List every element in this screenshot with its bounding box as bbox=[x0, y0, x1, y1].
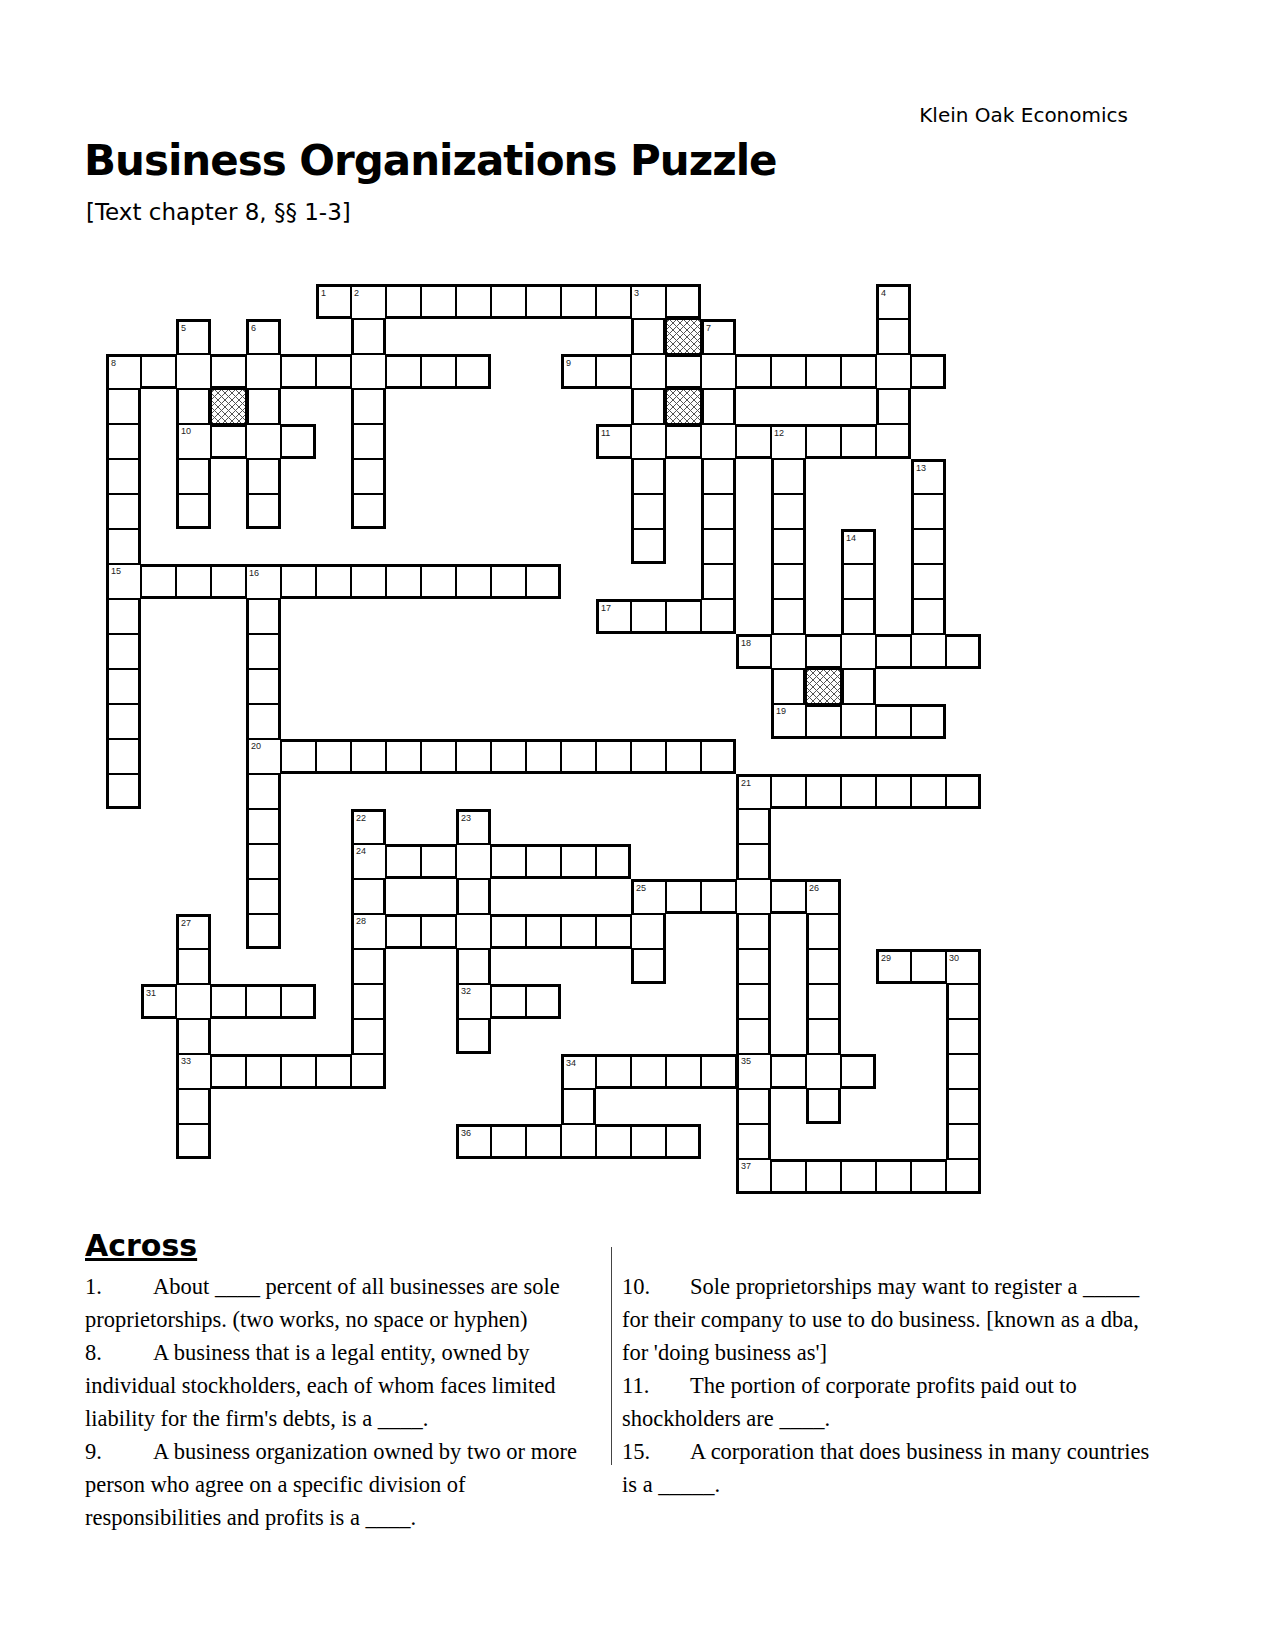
grid-cell-18-2[interactable]: 27 bbox=[176, 914, 211, 949]
grid-cell-2-4[interactable] bbox=[246, 354, 281, 389]
grid-cell-5-17[interactable] bbox=[701, 459, 736, 494]
grid-cell-3-15[interactable] bbox=[631, 389, 666, 424]
grid-cell-20-4[interactable] bbox=[246, 984, 281, 1019]
grid-cell-24-18[interactable] bbox=[736, 1124, 771, 1159]
grid-cell-1-7[interactable] bbox=[351, 319, 386, 354]
grid-cell-8-5[interactable] bbox=[281, 564, 316, 599]
grid-cell-5-19[interactable] bbox=[771, 459, 806, 494]
grid-cell-16-4[interactable] bbox=[246, 844, 281, 879]
grid-cell-20-7[interactable] bbox=[351, 984, 386, 1019]
across-clue-10: 10.Sole proprietorships may want to regi… bbox=[622, 1270, 1167, 1369]
grid-cell-2-15[interactable] bbox=[631, 354, 666, 389]
grid-cell-25-21[interactable] bbox=[841, 1159, 876, 1194]
grid-cell-0-6[interactable]: 1 bbox=[316, 284, 351, 319]
grid-cell-14-20[interactable] bbox=[806, 774, 841, 809]
grid-cell-20-11[interactable] bbox=[491, 984, 526, 1019]
grid-cell-13-6[interactable] bbox=[316, 739, 351, 774]
grid-cell-5-7[interactable] bbox=[351, 459, 386, 494]
grid-cell-9-23[interactable] bbox=[911, 599, 946, 634]
grid-cell-7-0[interactable] bbox=[106, 529, 141, 564]
grid-cell-8-3[interactable] bbox=[211, 564, 246, 599]
across-heading: Across bbox=[85, 1228, 197, 1263]
grid-cell-2-7[interactable] bbox=[351, 354, 386, 389]
grid-cell-10-23[interactable] bbox=[911, 634, 946, 669]
grid-cell-0-8[interactable] bbox=[386, 284, 421, 319]
clue-number-30: 30 bbox=[949, 953, 959, 963]
grid-cell-16-13[interactable] bbox=[561, 844, 596, 879]
grid-cell-2-19[interactable] bbox=[771, 354, 806, 389]
grid-cell-22-13[interactable]: 34 bbox=[561, 1054, 596, 1089]
grid-cell-4-22[interactable] bbox=[876, 424, 911, 459]
grid-cell-2-17[interactable] bbox=[701, 354, 736, 389]
grid-cell-18-4[interactable] bbox=[246, 914, 281, 949]
grid-cell-2-21[interactable] bbox=[841, 354, 876, 389]
grid-cell-12-21[interactable] bbox=[841, 704, 876, 739]
grid-cell-18-9[interactable] bbox=[421, 914, 456, 949]
grid-cell-10-4[interactable] bbox=[246, 634, 281, 669]
clue-number-5: 5 bbox=[181, 323, 186, 333]
grid-cell-9-14[interactable]: 17 bbox=[596, 599, 631, 634]
grid-cell-0-15[interactable]: 3 bbox=[631, 284, 666, 319]
grid-cell-4-2[interactable]: 10 bbox=[176, 424, 211, 459]
grid-cell-14-4[interactable] bbox=[246, 774, 281, 809]
grid-cell-7-19[interactable] bbox=[771, 529, 806, 564]
grid-cell-25-23[interactable] bbox=[911, 1159, 946, 1194]
grid-cell-24-14[interactable] bbox=[596, 1124, 631, 1159]
clue-number-34: 34 bbox=[566, 1058, 576, 1068]
clue-number-21: 21 bbox=[741, 778, 751, 788]
grid-cell-22-6[interactable] bbox=[316, 1054, 351, 1089]
grid-cell-8-4[interactable]: 16 bbox=[246, 564, 281, 599]
grid-cell-8-23[interactable] bbox=[911, 564, 946, 599]
grid-cell-8-19[interactable] bbox=[771, 564, 806, 599]
grid-cell-16-18[interactable] bbox=[736, 844, 771, 879]
grid-cell-19-22[interactable]: 29 bbox=[876, 949, 911, 984]
grid-cell-4-0[interactable] bbox=[106, 424, 141, 459]
grid-cell-1-22[interactable] bbox=[876, 319, 911, 354]
grid-cell-4-20[interactable] bbox=[806, 424, 841, 459]
grid-cell-15-7[interactable]: 22 bbox=[351, 809, 386, 844]
grid-cell-4-17[interactable] bbox=[701, 424, 736, 459]
grid-cell-6-7[interactable] bbox=[351, 494, 386, 529]
grid-cell-18-14[interactable] bbox=[596, 914, 631, 949]
grid-cell-5-23[interactable]: 13 bbox=[911, 459, 946, 494]
grid-cell-9-15[interactable] bbox=[631, 599, 666, 634]
grid-cell-7-21[interactable]: 14 bbox=[841, 529, 876, 564]
grid-cell-13-9[interactable] bbox=[421, 739, 456, 774]
grid-cell-18-20[interactable] bbox=[806, 914, 841, 949]
grid-cell-11-0[interactable] bbox=[106, 669, 141, 704]
grid-cell-19-24[interactable]: 30 bbox=[946, 949, 981, 984]
clue-number-2: 2 bbox=[354, 288, 359, 298]
grid-cell-13-16[interactable] bbox=[666, 739, 701, 774]
grid-cell-2-18[interactable] bbox=[736, 354, 771, 389]
grid-cell-2-8[interactable] bbox=[386, 354, 421, 389]
grid-cell-0-9[interactable] bbox=[421, 284, 456, 319]
grid-cell-11-4[interactable] bbox=[246, 669, 281, 704]
clue-column-divider bbox=[611, 1247, 612, 1465]
clue-number-14: 14 bbox=[846, 533, 856, 543]
grid-cell-14-0[interactable] bbox=[106, 774, 141, 809]
grid-cell-22-2[interactable]: 33 bbox=[176, 1054, 211, 1089]
grid-cell-3-2[interactable] bbox=[176, 389, 211, 424]
grid-cell-8-17[interactable] bbox=[701, 564, 736, 599]
grid-cell-18-11[interactable] bbox=[491, 914, 526, 949]
clue-number-7: 7 bbox=[706, 323, 711, 333]
grid-cell-21-10[interactable] bbox=[456, 1019, 491, 1054]
grid-cell-13-11[interactable] bbox=[491, 739, 526, 774]
grid-cell-21-20[interactable] bbox=[806, 1019, 841, 1054]
grid-cell-12-20[interactable] bbox=[806, 704, 841, 739]
blocked-cell-11-20 bbox=[806, 669, 841, 704]
grid-cell-20-10[interactable]: 32 bbox=[456, 984, 491, 1019]
grid-cell-23-18[interactable] bbox=[736, 1089, 771, 1124]
grid-cell-17-15[interactable]: 25 bbox=[631, 879, 666, 914]
grid-cell-8-1[interactable] bbox=[141, 564, 176, 599]
clue-number-12: 12 bbox=[774, 428, 784, 438]
grid-cell-0-16[interactable] bbox=[666, 284, 701, 319]
grid-cell-25-20[interactable] bbox=[806, 1159, 841, 1194]
grid-cell-23-13[interactable] bbox=[561, 1089, 596, 1124]
grid-cell-14-23[interactable] bbox=[911, 774, 946, 809]
grid-cell-24-16[interactable] bbox=[666, 1124, 701, 1159]
grid-cell-0-10[interactable] bbox=[456, 284, 491, 319]
across-clue-11: 11.The portion of corporate profits paid… bbox=[622, 1369, 1167, 1435]
clue-label: 1. bbox=[85, 1270, 153, 1303]
grid-cell-5-2[interactable] bbox=[176, 459, 211, 494]
grid-cell-10-18[interactable]: 18 bbox=[736, 634, 771, 669]
across-clues-right-column: 10.Sole proprietorships may want to regi… bbox=[622, 1270, 1167, 1501]
grid-cell-9-17[interactable] bbox=[701, 599, 736, 634]
grid-cell-18-13[interactable] bbox=[561, 914, 596, 949]
grid-cell-19-10[interactable] bbox=[456, 949, 491, 984]
grid-cell-13-15[interactable] bbox=[631, 739, 666, 774]
clue-number-22: 22 bbox=[356, 813, 366, 823]
grid-cell-13-10[interactable] bbox=[456, 739, 491, 774]
grid-cell-22-5[interactable] bbox=[281, 1054, 316, 1089]
grid-cell-24-24[interactable] bbox=[946, 1124, 981, 1159]
clue-number-9: 9 bbox=[566, 358, 571, 368]
grid-cell-16-8[interactable] bbox=[386, 844, 421, 879]
clue-number-31: 31 bbox=[146, 988, 156, 998]
grid-cell-4-21[interactable] bbox=[841, 424, 876, 459]
grid-cell-17-19[interactable] bbox=[771, 879, 806, 914]
grid-cell-7-15[interactable] bbox=[631, 529, 666, 564]
grid-cell-1-17[interactable]: 7 bbox=[701, 319, 736, 354]
grid-cell-20-2[interactable] bbox=[176, 984, 211, 1019]
grid-cell-3-0[interactable] bbox=[106, 389, 141, 424]
grid-cell-2-23[interactable] bbox=[911, 354, 946, 389]
grid-cell-16-12[interactable] bbox=[526, 844, 561, 879]
grid-cell-6-17[interactable] bbox=[701, 494, 736, 529]
grid-cell-0-11[interactable] bbox=[491, 284, 526, 319]
grid-cell-22-20[interactable] bbox=[806, 1054, 841, 1089]
clue-number-36: 36 bbox=[461, 1128, 471, 1138]
grid-cell-10-19[interactable] bbox=[771, 634, 806, 669]
grid-cell-22-15[interactable] bbox=[631, 1054, 666, 1089]
grid-cell-24-15[interactable] bbox=[631, 1124, 666, 1159]
clue-number-20: 20 bbox=[251, 741, 261, 751]
grid-cell-4-15[interactable] bbox=[631, 424, 666, 459]
grid-cell-22-19[interactable] bbox=[771, 1054, 806, 1089]
grid-cell-6-15[interactable] bbox=[631, 494, 666, 529]
grid-cell-22-4[interactable] bbox=[246, 1054, 281, 1089]
clue-number-35: 35 bbox=[741, 1056, 751, 1066]
grid-cell-24-11[interactable] bbox=[491, 1124, 526, 1159]
grid-cell-8-8[interactable] bbox=[386, 564, 421, 599]
grid-cell-21-7[interactable] bbox=[351, 1019, 386, 1054]
grid-cell-3-4[interactable] bbox=[246, 389, 281, 424]
grid-cell-13-14[interactable] bbox=[596, 739, 631, 774]
across-clue-8: 8.A business that is a legal entity, own… bbox=[85, 1336, 600, 1435]
grid-cell-18-7[interactable]: 28 bbox=[351, 914, 386, 949]
grid-cell-1-15[interactable] bbox=[631, 319, 666, 354]
grid-cell-19-2[interactable] bbox=[176, 949, 211, 984]
clue-text: Sole proprietorships may want to registe… bbox=[622, 1274, 1139, 1365]
grid-cell-0-22[interactable]: 4 bbox=[876, 284, 911, 319]
grid-cell-6-0[interactable] bbox=[106, 494, 141, 529]
page-subtitle: [Text chapter 8, §§ 1-3] bbox=[86, 199, 351, 225]
grid-cell-5-15[interactable] bbox=[631, 459, 666, 494]
grid-cell-22-18[interactable]: 35 bbox=[736, 1054, 771, 1089]
grid-cell-14-21[interactable] bbox=[841, 774, 876, 809]
grid-cell-16-10[interactable] bbox=[456, 844, 491, 879]
grid-cell-8-0[interactable]: 15 bbox=[106, 564, 141, 599]
grid-cell-2-1[interactable] bbox=[141, 354, 176, 389]
grid-cell-22-17[interactable] bbox=[701, 1054, 736, 1089]
across-clue-15: 15.A corporation that does business in m… bbox=[622, 1435, 1167, 1501]
grid-cell-19-15[interactable] bbox=[631, 949, 666, 984]
grid-cell-17-20[interactable]: 26 bbox=[806, 879, 841, 914]
grid-cell-22-21[interactable] bbox=[841, 1054, 876, 1089]
grid-cell-10-24[interactable] bbox=[946, 634, 981, 669]
grid-cell-2-13[interactable]: 9 bbox=[561, 354, 596, 389]
blocked-cell-3-16 bbox=[666, 389, 701, 424]
grid-cell-4-5[interactable] bbox=[281, 424, 316, 459]
grid-cell-19-23[interactable] bbox=[911, 949, 946, 984]
grid-cell-20-12[interactable] bbox=[526, 984, 561, 1019]
grid-cell-17-4[interactable] bbox=[246, 879, 281, 914]
grid-cell-12-0[interactable] bbox=[106, 704, 141, 739]
clue-number-10: 10 bbox=[181, 426, 191, 436]
grid-cell-4-7[interactable] bbox=[351, 424, 386, 459]
grid-cell-10-0[interactable] bbox=[106, 634, 141, 669]
grid-cell-23-20[interactable] bbox=[806, 1089, 841, 1124]
clue-text: The portion of corporate profits paid ou… bbox=[622, 1373, 1077, 1431]
grid-cell-2-22[interactable] bbox=[876, 354, 911, 389]
grid-cell-2-3[interactable] bbox=[211, 354, 246, 389]
grid-cell-0-13[interactable] bbox=[561, 284, 596, 319]
grid-cell-18-12[interactable] bbox=[526, 914, 561, 949]
grid-cell-17-7[interactable] bbox=[351, 879, 386, 914]
grid-cell-16-11[interactable] bbox=[491, 844, 526, 879]
grid-cell-4-19[interactable]: 12 bbox=[771, 424, 806, 459]
grid-cell-10-20[interactable] bbox=[806, 634, 841, 669]
grid-cell-11-21[interactable] bbox=[841, 669, 876, 704]
grid-cell-21-18[interactable] bbox=[736, 1019, 771, 1054]
grid-cell-16-7[interactable]: 24 bbox=[351, 844, 386, 879]
clue-number-25: 25 bbox=[636, 883, 646, 893]
grid-cell-14-18[interactable]: 21 bbox=[736, 774, 771, 809]
clue-number-6: 6 bbox=[251, 323, 256, 333]
grid-cell-13-12[interactable] bbox=[526, 739, 561, 774]
grid-cell-18-15[interactable] bbox=[631, 914, 666, 949]
grid-cell-8-7[interactable] bbox=[351, 564, 386, 599]
grid-cell-5-0[interactable] bbox=[106, 459, 141, 494]
grid-cell-22-3[interactable] bbox=[211, 1054, 246, 1089]
grid-cell-4-18[interactable] bbox=[736, 424, 771, 459]
clue-number-26: 26 bbox=[809, 883, 819, 893]
grid-cell-15-10[interactable]: 23 bbox=[456, 809, 491, 844]
clue-number-16: 16 bbox=[249, 568, 259, 578]
grid-cell-13-4[interactable]: 20 bbox=[246, 739, 281, 774]
grid-cell-19-7[interactable] bbox=[351, 949, 386, 984]
grid-cell-5-4[interactable] bbox=[246, 459, 281, 494]
grid-cell-17-10[interactable] bbox=[456, 879, 491, 914]
grid-cell-15-18[interactable] bbox=[736, 809, 771, 844]
grid-cell-10-22[interactable] bbox=[876, 634, 911, 669]
grid-cell-2-14[interactable] bbox=[596, 354, 631, 389]
grid-cell-6-4[interactable] bbox=[246, 494, 281, 529]
grid-cell-13-17[interactable] bbox=[701, 739, 736, 774]
grid-cell-6-2[interactable] bbox=[176, 494, 211, 529]
grid-cell-8-6[interactable] bbox=[316, 564, 351, 599]
grid-cell-2-16[interactable] bbox=[666, 354, 701, 389]
grid-cell-3-7[interactable] bbox=[351, 389, 386, 424]
grid-cell-24-2[interactable] bbox=[176, 1124, 211, 1159]
grid-cell-8-12[interactable] bbox=[526, 564, 561, 599]
grid-cell-19-20[interactable] bbox=[806, 949, 841, 984]
grid-cell-8-9[interactable] bbox=[421, 564, 456, 599]
grid-cell-14-19[interactable] bbox=[771, 774, 806, 809]
grid-cell-22-16[interactable] bbox=[666, 1054, 701, 1089]
grid-cell-9-0[interactable] bbox=[106, 599, 141, 634]
grid-cell-0-14[interactable] bbox=[596, 284, 631, 319]
grid-cell-13-8[interactable] bbox=[386, 739, 421, 774]
grid-cell-25-18[interactable]: 37 bbox=[736, 1159, 771, 1194]
grid-cell-3-17[interactable] bbox=[701, 389, 736, 424]
grid-cell-18-10[interactable] bbox=[456, 914, 491, 949]
grid-cell-2-6[interactable] bbox=[316, 354, 351, 389]
clue-number-23: 23 bbox=[461, 813, 471, 823]
grid-cell-7-23[interactable] bbox=[911, 529, 946, 564]
grid-cell-8-10[interactable] bbox=[456, 564, 491, 599]
grid-cell-12-22[interactable] bbox=[876, 704, 911, 739]
clue-number-24: 24 bbox=[356, 846, 366, 856]
grid-cell-13-7[interactable] bbox=[351, 739, 386, 774]
grid-cell-17-17[interactable] bbox=[701, 879, 736, 914]
clue-number-32: 32 bbox=[461, 986, 471, 996]
grid-cell-21-2[interactable] bbox=[176, 1019, 211, 1054]
grid-cell-0-7[interactable]: 2 bbox=[351, 284, 386, 319]
grid-cell-4-3[interactable] bbox=[211, 424, 246, 459]
grid-cell-2-20[interactable] bbox=[806, 354, 841, 389]
grid-cell-23-2[interactable] bbox=[176, 1089, 211, 1124]
grid-cell-4-14[interactable]: 11 bbox=[596, 424, 631, 459]
grid-cell-22-14[interactable] bbox=[596, 1054, 631, 1089]
clue-label: 11. bbox=[622, 1369, 690, 1402]
grid-cell-24-10[interactable]: 36 bbox=[456, 1124, 491, 1159]
grid-cell-9-19[interactable] bbox=[771, 599, 806, 634]
grid-cell-21-24[interactable] bbox=[946, 1019, 981, 1054]
grid-cell-20-5[interactable] bbox=[281, 984, 316, 1019]
grid-cell-13-13[interactable] bbox=[561, 739, 596, 774]
grid-cell-1-4[interactable]: 6 bbox=[246, 319, 281, 354]
grid-cell-3-22[interactable] bbox=[876, 389, 911, 424]
grid-cell-12-23[interactable] bbox=[911, 704, 946, 739]
grid-cell-17-16[interactable] bbox=[666, 879, 701, 914]
grid-cell-25-24[interactable] bbox=[946, 1159, 981, 1194]
grid-cell-8-21[interactable] bbox=[841, 564, 876, 599]
grid-cell-14-22[interactable] bbox=[876, 774, 911, 809]
grid-cell-25-22[interactable] bbox=[876, 1159, 911, 1194]
grid-cell-8-2[interactable] bbox=[176, 564, 211, 599]
grid-cell-19-18[interactable] bbox=[736, 949, 771, 984]
grid-cell-20-20[interactable] bbox=[806, 984, 841, 1019]
grid-cell-4-4[interactable] bbox=[246, 424, 281, 459]
grid-cell-24-13[interactable] bbox=[561, 1124, 596, 1159]
clue-number-19: 19 bbox=[776, 706, 786, 716]
grid-cell-23-24[interactable] bbox=[946, 1089, 981, 1124]
grid-cell-15-4[interactable] bbox=[246, 809, 281, 844]
grid-cell-24-12[interactable] bbox=[526, 1124, 561, 1159]
clue-label: 8. bbox=[85, 1336, 153, 1369]
grid-cell-9-21[interactable] bbox=[841, 599, 876, 634]
grid-cell-17-18[interactable] bbox=[736, 879, 771, 914]
grid-cell-2-9[interactable] bbox=[421, 354, 456, 389]
grid-cell-2-5[interactable] bbox=[281, 354, 316, 389]
grid-cell-12-4[interactable] bbox=[246, 704, 281, 739]
grid-cell-22-7[interactable] bbox=[351, 1054, 386, 1089]
grid-cell-12-19[interactable]: 19 bbox=[771, 704, 806, 739]
clue-number-28: 28 bbox=[356, 916, 366, 926]
grid-cell-6-19[interactable] bbox=[771, 494, 806, 529]
grid-cell-6-23[interactable] bbox=[911, 494, 946, 529]
grid-cell-2-0[interactable]: 8 bbox=[106, 354, 141, 389]
grid-cell-14-24[interactable] bbox=[946, 774, 981, 809]
clue-label: 10. bbox=[622, 1270, 690, 1303]
grid-cell-0-12[interactable] bbox=[526, 284, 561, 319]
grid-cell-10-21[interactable] bbox=[841, 634, 876, 669]
grid-cell-18-8[interactable] bbox=[386, 914, 421, 949]
grid-cell-16-14[interactable] bbox=[596, 844, 631, 879]
grid-cell-7-17[interactable] bbox=[701, 529, 736, 564]
grid-cell-13-0[interactable] bbox=[106, 739, 141, 774]
grid-cell-20-18[interactable] bbox=[736, 984, 771, 1019]
clue-number-11: 11 bbox=[601, 428, 610, 438]
clue-label: 15. bbox=[622, 1435, 690, 1468]
grid-cell-20-24[interactable] bbox=[946, 984, 981, 1019]
grid-cell-1-2[interactable]: 5 bbox=[176, 319, 211, 354]
grid-cell-22-24[interactable] bbox=[946, 1054, 981, 1089]
grid-cell-11-19[interactable] bbox=[771, 669, 806, 704]
grid-cell-13-5[interactable] bbox=[281, 739, 316, 774]
clue-number-33: 33 bbox=[181, 1056, 191, 1066]
grid-cell-8-11[interactable] bbox=[491, 564, 526, 599]
grid-cell-2-10[interactable] bbox=[456, 354, 491, 389]
grid-cell-16-9[interactable] bbox=[421, 844, 456, 879]
grid-cell-20-3[interactable] bbox=[211, 984, 246, 1019]
grid-cell-2-2[interactable] bbox=[176, 354, 211, 389]
grid-cell-18-18[interactable] bbox=[736, 914, 771, 949]
grid-cell-9-16[interactable] bbox=[666, 599, 701, 634]
clue-number-27: 27 bbox=[181, 918, 191, 928]
grid-cell-9-4[interactable] bbox=[246, 599, 281, 634]
grid-cell-25-19[interactable] bbox=[771, 1159, 806, 1194]
grid-cell-20-1[interactable]: 31 bbox=[141, 984, 176, 1019]
clue-number-29: 29 bbox=[881, 953, 891, 963]
grid-cell-4-16[interactable] bbox=[666, 424, 701, 459]
